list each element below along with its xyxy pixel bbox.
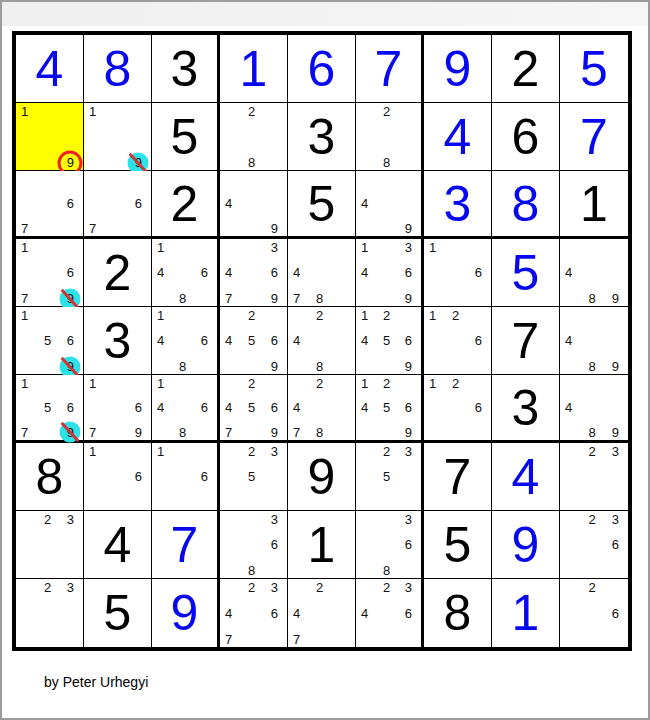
solved-digit: 7 [560, 103, 628, 170]
candidate-4: 4 [565, 266, 572, 279]
cell-r2c2[interactable]: 19 [84, 103, 152, 171]
given-digit: 5 [84, 579, 151, 647]
cell-r4c1[interactable]: 1679 [16, 239, 84, 307]
candidate-5: 5 [44, 334, 51, 347]
candidate-6: 6 [135, 197, 142, 210]
candidate-grid: 1468 [152, 239, 217, 306]
cell-r6c9[interactable]: 489 [560, 375, 628, 443]
candidate-grid: 248 [288, 307, 355, 374]
candidate-9-eliminated: 9 [67, 426, 74, 439]
cell-r7c4[interactable]: 235 [220, 443, 288, 511]
candidate-9: 9 [271, 360, 278, 373]
candidate-grid: 67 [16, 171, 83, 236]
candidate-6: 6 [612, 607, 619, 620]
cell-r9c6[interactable]: 2346 [356, 579, 424, 647]
candidate-grid: 16 [84, 443, 151, 510]
candidate-9: 9 [271, 426, 278, 439]
candidate-grid: 67 [84, 171, 151, 236]
cell-r1c8[interactable]: 2 [492, 35, 560, 103]
candidate-grid: 2478 [288, 375, 355, 440]
candidate-4: 4 [361, 607, 368, 620]
solved-digit: 6 [288, 35, 355, 102]
solved-digit: 3 [424, 171, 491, 236]
candidate-grid: 16 [152, 443, 217, 510]
candidate-9: 9 [405, 360, 412, 373]
candidate-4: 4 [157, 334, 164, 347]
candidate-6: 6 [405, 538, 412, 551]
candidate-grid: 126 [424, 307, 491, 374]
candidate-grid: 16 [424, 239, 491, 306]
candidate-grid: 19 [16, 103, 83, 170]
candidate-4: 4 [361, 197, 368, 210]
candidate-1: 1 [429, 309, 436, 322]
candidate-7: 7 [225, 426, 232, 439]
candidate-9: 9 [612, 426, 619, 439]
cell-r5c2[interactable]: 3 [84, 307, 152, 375]
candidate-grid: 247 [288, 579, 355, 647]
candidate-4: 4 [157, 401, 164, 414]
candidate-3: 3 [271, 581, 278, 594]
cell-r3c2[interactable]: 67 [84, 171, 152, 239]
candidate-3: 3 [405, 445, 412, 458]
candidate-grid: 1679 [84, 375, 151, 440]
candidate-2: 2 [383, 105, 390, 118]
cell-r7c2[interactable]: 16 [84, 443, 152, 511]
cell-r1c2[interactable]: 8 [84, 35, 152, 103]
given-digit: 2 [84, 239, 151, 306]
candidate-grid: 478 [288, 239, 355, 306]
candidate-7: 7 [225, 292, 232, 305]
candidate-grid: 15679 [16, 375, 83, 440]
candidate-2: 2 [452, 377, 459, 390]
candidate-grid: 368 [220, 511, 287, 578]
candidate-3: 3 [271, 513, 278, 526]
given-digit: 5 [424, 511, 491, 578]
candidate-grid: 235 [220, 443, 287, 510]
candidate-4: 4 [225, 401, 232, 414]
author-credit: by Peter Urhegyi [44, 674, 148, 690]
candidate-2: 2 [383, 581, 390, 594]
candidate-grid: 1679 [16, 239, 83, 306]
solved-digit: 5 [560, 35, 628, 102]
candidate-2: 2 [248, 377, 255, 390]
solved-digit: 4 [492, 443, 559, 510]
candidate-7: 7 [21, 222, 28, 235]
candidate-8: 8 [383, 564, 390, 577]
solved-digit: 8 [84, 35, 151, 102]
cell-r7c9[interactable]: 23 [560, 443, 628, 511]
candidate-grid: 26 [560, 579, 628, 647]
candidate-grid: 28 [220, 103, 287, 170]
candidate-5: 5 [383, 334, 390, 347]
candidate-2: 2 [452, 309, 459, 322]
candidate-grid: 2346 [356, 579, 421, 647]
solved-digit: 1 [220, 35, 287, 102]
cell-r1c7[interactable]: 9 [424, 35, 492, 103]
candidate-6: 6 [271, 607, 278, 620]
cell-r4c9[interactable]: 489 [560, 239, 628, 307]
solved-digit: 8 [492, 171, 559, 236]
candidate-1: 1 [157, 309, 164, 322]
cell-r9c9[interactable]: 26 [560, 579, 628, 647]
cell-r2c6[interactable]: 28 [356, 103, 424, 171]
cell-r6c5[interactable]: 2478 [288, 375, 356, 443]
candidate-grid: 23467 [220, 579, 287, 647]
cell-r9c4[interactable]: 23467 [220, 579, 288, 647]
candidate-grid: 23 [16, 511, 83, 578]
candidate-5: 5 [248, 401, 255, 414]
given-digit: 3 [492, 375, 559, 440]
candidate-3: 3 [612, 513, 619, 526]
candidate-2: 2 [383, 377, 390, 390]
candidate-8: 8 [248, 156, 255, 169]
cell-r6c1[interactable]: 15679 [16, 375, 84, 443]
candidate-grid: 23 [560, 443, 628, 510]
cell-r1c5[interactable]: 6 [288, 35, 356, 103]
candidate-grid: 236 [560, 511, 628, 578]
cell-r9c5[interactable]: 247 [288, 579, 356, 647]
candidate-7: 7 [293, 292, 300, 305]
solved-digit: 5 [492, 239, 559, 306]
candidate-3: 3 [405, 581, 412, 594]
given-digit: 1 [560, 171, 628, 236]
cell-r1c6[interactable]: 7 [356, 35, 424, 103]
candidate-1: 1 [361, 241, 368, 254]
candidate-7: 7 [293, 426, 300, 439]
given-digit: 7 [424, 443, 491, 510]
cell-r8c6[interactable]: 368 [356, 511, 424, 579]
candidate-7: 7 [225, 633, 232, 646]
cell-r4c4[interactable]: 34679 [220, 239, 288, 307]
cell-r1c3[interactable]: 3 [152, 35, 220, 103]
candidate-3: 3 [67, 581, 74, 594]
candidate-8: 8 [316, 426, 323, 439]
cell-r9c8[interactable]: 1 [492, 579, 560, 647]
cell-r7c3[interactable]: 16 [152, 443, 220, 511]
cell-r9c1[interactable]: 23 [16, 579, 84, 647]
candidate-grid: 24569 [220, 307, 287, 374]
cell-r2c4[interactable]: 28 [220, 103, 288, 171]
candidate-6: 6 [67, 266, 74, 279]
candidate-1: 1 [21, 309, 28, 322]
candidate-7: 7 [89, 222, 96, 235]
cell-r4c3[interactable]: 1468 [152, 239, 220, 307]
candidate-1: 1 [21, 377, 28, 390]
cell-r5c6[interactable]: 124569 [356, 307, 424, 375]
candidate-5: 5 [248, 334, 255, 347]
candidate-4: 4 [361, 266, 368, 279]
candidate-grid: 1569 [16, 307, 83, 374]
candidate-9: 9 [612, 292, 619, 305]
candidate-3: 3 [612, 445, 619, 458]
candidate-grid: 49 [220, 171, 287, 236]
candidate-8: 8 [588, 426, 595, 439]
candidate-8: 8 [588, 292, 595, 305]
candidate-1: 1 [157, 377, 164, 390]
cell-r6c3[interactable]: 1468 [152, 375, 220, 443]
candidate-6: 6 [67, 197, 74, 210]
candidate-3: 3 [67, 513, 74, 526]
candidate-7: 7 [89, 426, 96, 439]
candidate-2: 2 [248, 445, 255, 458]
solved-digit: 4 [16, 35, 83, 102]
given-digit: 3 [288, 103, 355, 170]
cell-r8c9[interactable]: 236 [560, 511, 628, 579]
cell-r2c9[interactable]: 7 [560, 103, 628, 171]
candidate-grid: 1468 [152, 307, 217, 374]
candidate-5: 5 [44, 401, 51, 414]
candidate-8: 8 [316, 360, 323, 373]
candidate-6: 6 [271, 266, 278, 279]
cell-r6c6[interactable]: 124569 [356, 375, 424, 443]
candidate-9: 9 [271, 222, 278, 235]
candidate-8: 8 [179, 360, 186, 373]
cell-r8c7[interactable]: 5 [424, 511, 492, 579]
cell-r7c5[interactable]: 9 [288, 443, 356, 511]
solved-digit: 7 [152, 511, 217, 578]
cell-r9c3[interactable]: 9 [152, 579, 220, 647]
candidate-grid: 126 [424, 375, 491, 440]
candidate-6: 6 [405, 607, 412, 620]
candidate-6: 6 [271, 538, 278, 551]
solved-digit: 9 [152, 579, 217, 647]
candidate-2: 2 [383, 309, 390, 322]
solved-digit: 9 [492, 511, 559, 578]
candidate-6: 6 [271, 334, 278, 347]
candidate-4: 4 [225, 607, 232, 620]
candidate-6: 6 [201, 470, 208, 483]
candidate-1: 1 [361, 377, 368, 390]
cell-r2c1[interactable]: 19 [16, 103, 84, 171]
candidate-6: 6 [405, 266, 412, 279]
cell-r3c4[interactable]: 49 [220, 171, 288, 239]
cell-r9c7[interactable]: 8 [424, 579, 492, 647]
cell-r2c8[interactable]: 6 [492, 103, 560, 171]
candidate-grid: 34679 [220, 239, 287, 306]
candidate-4: 4 [225, 266, 232, 279]
cell-r3c8[interactable]: 8 [492, 171, 560, 239]
cell-r8c3[interactable]: 7 [152, 511, 220, 579]
given-digit: 1 [288, 511, 355, 578]
candidate-6: 6 [201, 266, 208, 279]
cell-r5c7[interactable]: 126 [424, 307, 492, 375]
given-digit: 3 [152, 35, 217, 102]
candidate-2: 2 [248, 581, 255, 594]
solved-digit: 7 [356, 35, 421, 102]
candidate-9: 9 [271, 292, 278, 305]
cell-r7c7[interactable]: 7 [424, 443, 492, 511]
given-digit: 3 [84, 307, 151, 374]
candidate-9: 9 [135, 426, 142, 439]
candidate-5: 5 [383, 401, 390, 414]
given-digit: 9 [288, 443, 355, 510]
given-digit: 6 [492, 103, 559, 170]
candidate-grid: 13469 [356, 239, 421, 306]
candidate-2: 2 [248, 105, 255, 118]
candidate-9: 9 [612, 360, 619, 373]
candidate-3: 3 [405, 241, 412, 254]
cell-r5c1[interactable]: 1569 [16, 307, 84, 375]
given-digit: 2 [152, 171, 217, 236]
candidate-6: 6 [135, 470, 142, 483]
given-digit: 5 [288, 171, 355, 236]
candidate-4: 4 [361, 401, 368, 414]
given-digit: 5 [152, 103, 217, 170]
cell-r9c2[interactable]: 5 [84, 579, 152, 647]
candidate-6: 6 [405, 334, 412, 347]
candidate-2: 2 [316, 581, 323, 594]
candidate-7: 7 [21, 292, 28, 305]
candidate-grid: 28 [356, 103, 421, 170]
candidate-2: 2 [316, 377, 323, 390]
candidate-6: 6 [67, 334, 74, 347]
candidate-9-eliminated: 9 [135, 156, 142, 169]
candidate-1: 1 [429, 241, 436, 254]
top-strip [2, 2, 648, 26]
candidate-8: 8 [179, 426, 186, 439]
candidate-9: 9 [405, 426, 412, 439]
cell-r8c5[interactable]: 1 [288, 511, 356, 579]
cell-r1c4[interactable]: 1 [220, 35, 288, 103]
candidate-2: 2 [44, 581, 51, 594]
cell-r2c7[interactable]: 4 [424, 103, 492, 171]
candidate-grid: 23 [16, 579, 83, 647]
cell-r7c8[interactable]: 4 [492, 443, 560, 511]
candidate-9: 9 [405, 292, 412, 305]
candidate-8: 8 [248, 564, 255, 577]
candidate-2: 2 [588, 581, 595, 594]
given-digit: 2 [492, 35, 559, 102]
cell-r8c4[interactable]: 368 [220, 511, 288, 579]
candidate-8: 8 [588, 360, 595, 373]
candidate-5: 5 [248, 470, 255, 483]
candidate-grid: 489 [560, 239, 628, 306]
candidate-5: 5 [383, 470, 390, 483]
candidate-6: 6 [271, 401, 278, 414]
cell-r2c5[interactable]: 3 [288, 103, 356, 171]
candidate-1: 1 [157, 445, 164, 458]
given-digit: 8 [424, 579, 491, 647]
cell-r4c2[interactable]: 2 [84, 239, 152, 307]
candidate-grid: 245679 [220, 375, 287, 440]
candidate-4: 4 [293, 401, 300, 414]
candidate-9: 9 [405, 222, 412, 235]
cell-r3c9[interactable]: 1 [560, 171, 628, 239]
candidate-4: 4 [565, 401, 572, 414]
cell-r4c5[interactable]: 478 [288, 239, 356, 307]
given-digit: 4 [84, 511, 151, 578]
candidate-grid: 489 [560, 307, 628, 374]
candidate-4: 4 [565, 334, 572, 347]
candidate-6: 6 [405, 401, 412, 414]
candidate-2: 2 [248, 309, 255, 322]
solved-digit: 4 [424, 103, 491, 170]
candidate-4: 4 [225, 334, 232, 347]
candidate-4: 4 [293, 607, 300, 620]
candidate-4: 4 [157, 266, 164, 279]
candidate-9-eliminated: 9 [67, 292, 74, 305]
candidate-7: 7 [293, 633, 300, 646]
candidate-1: 1 [21, 241, 28, 254]
candidate-4: 4 [293, 334, 300, 347]
candidate-1: 1 [89, 445, 96, 458]
candidate-2: 2 [588, 445, 595, 458]
cell-r4c8[interactable]: 5 [492, 239, 560, 307]
cell-r5c3[interactable]: 1468 [152, 307, 220, 375]
cell-r8c1[interactable]: 23 [16, 511, 84, 579]
candidate-6: 6 [475, 401, 482, 414]
solved-digit: 1 [492, 579, 559, 647]
cell-r3c3[interactable]: 2 [152, 171, 220, 239]
solved-digit: 9 [424, 35, 491, 102]
candidate-6: 6 [201, 334, 208, 347]
candidate-3: 3 [271, 445, 278, 458]
candidate-6: 6 [67, 401, 74, 414]
candidate-9-eliminated: 9 [67, 360, 74, 373]
candidate-7: 7 [21, 426, 28, 439]
candidate-grid: 235 [356, 443, 421, 510]
cell-r3c5[interactable]: 5 [288, 171, 356, 239]
candidate-6: 6 [612, 538, 619, 551]
cell-r6c8[interactable]: 3 [492, 375, 560, 443]
candidate-8: 8 [179, 292, 186, 305]
sudoku-board: 4831679251919528328467676724954938116792… [12, 31, 632, 651]
cell-r3c7[interactable]: 3 [424, 171, 492, 239]
cell-r3c6[interactable]: 49 [356, 171, 424, 239]
cell-r6c7[interactable]: 126 [424, 375, 492, 443]
cell-r8c8[interactable]: 9 [492, 511, 560, 579]
cell-r6c4[interactable]: 245679 [220, 375, 288, 443]
candidate-6: 6 [475, 334, 482, 347]
cell-r3c1[interactable]: 67 [16, 171, 84, 239]
candidate-1: 1 [89, 377, 96, 390]
candidate-grid: 489 [560, 375, 628, 440]
candidate-grid: 19 [84, 103, 151, 170]
candidate-6: 6 [201, 401, 208, 414]
cell-r6c2[interactable]: 1679 [84, 375, 152, 443]
candidate-4: 4 [225, 197, 232, 210]
candidate-1: 1 [89, 105, 96, 118]
given-digit: 8 [16, 443, 83, 510]
cell-r4c6[interactable]: 13469 [356, 239, 424, 307]
cell-r7c6[interactable]: 235 [356, 443, 424, 511]
cell-r7c1[interactable]: 8 [16, 443, 84, 511]
candidate-2: 2 [316, 309, 323, 322]
candidate-6: 6 [135, 401, 142, 414]
cell-r5c8[interactable]: 7 [492, 307, 560, 375]
cell-r2c3[interactable]: 5 [152, 103, 220, 171]
candidate-2: 2 [44, 513, 51, 526]
cell-r4c7[interactable]: 16 [424, 239, 492, 307]
cell-r1c1[interactable]: 4 [16, 35, 84, 103]
cell-r8c2[interactable]: 4 [84, 511, 152, 579]
cell-r1c9[interactable]: 5 [560, 35, 628, 103]
candidate-4: 4 [361, 334, 368, 347]
candidate-8: 8 [383, 156, 390, 169]
candidate-6: 6 [475, 266, 482, 279]
candidate-1: 1 [157, 241, 164, 254]
candidate-grid: 124569 [356, 307, 421, 374]
candidate-3: 3 [271, 241, 278, 254]
candidate-grid: 1468 [152, 375, 217, 440]
cell-r5c9[interactable]: 489 [560, 307, 628, 375]
candidate-1: 1 [21, 105, 28, 118]
candidate-3: 3 [405, 513, 412, 526]
cell-r5c5[interactable]: 248 [288, 307, 356, 375]
candidate-1: 1 [361, 309, 368, 322]
sudoku-window: 4831679251919528328467676724954938116792… [0, 0, 650, 720]
cell-r5c4[interactable]: 24569 [220, 307, 288, 375]
